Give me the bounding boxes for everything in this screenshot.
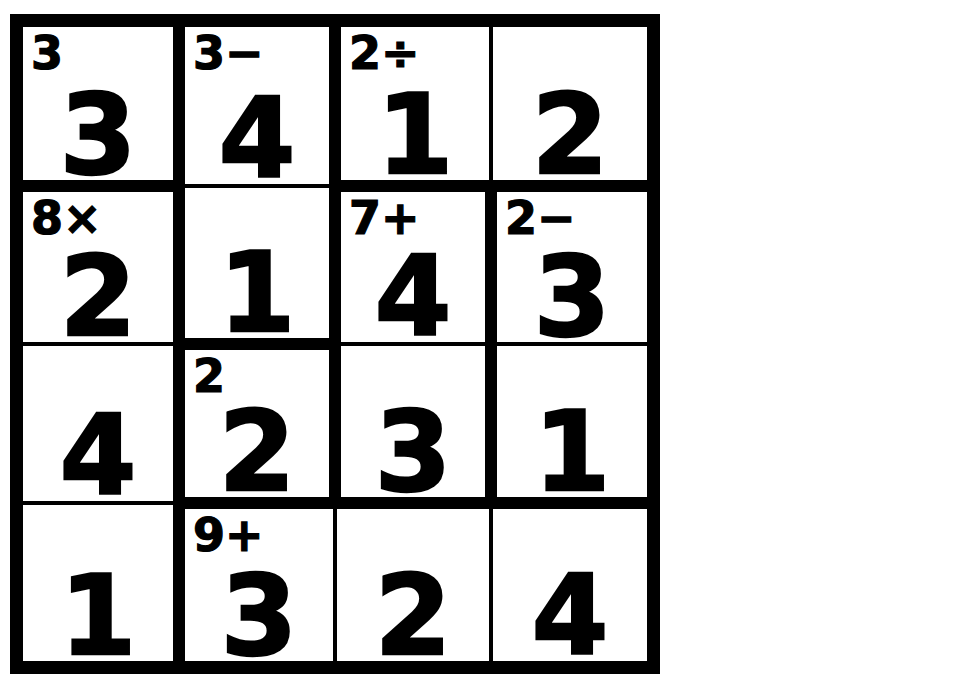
cell-value: 3 xyxy=(341,397,485,507)
cell-r3c3[interactable]: 3 xyxy=(335,344,491,503)
cage-clue: 3 xyxy=(31,30,63,76)
cell-value: 4 xyxy=(185,84,329,194)
cell-value: 2 xyxy=(185,397,329,507)
kenken-grid: 3 3 3− 4 2÷ 1 2 8× 2 1 xyxy=(23,27,647,661)
cell-value: 2 xyxy=(493,80,647,190)
kenken-page: 3 3 3− 4 2÷ 1 2 8× 2 1 xyxy=(0,0,960,686)
cage-clue: 3− xyxy=(193,30,264,76)
cell-r4c2[interactable]: 9+ 3 xyxy=(179,503,335,662)
cell-value: 4 xyxy=(493,561,647,671)
cell-r3c4[interactable]: 1 xyxy=(491,344,647,503)
cell-value: 3 xyxy=(185,561,333,671)
cell-r2c4[interactable]: 2− 3 xyxy=(491,186,647,345)
cell-r2c3[interactable]: 7+ 4 xyxy=(335,186,491,345)
cell-r3c2[interactable]: 2 2 xyxy=(179,344,335,503)
cell-value: 3 xyxy=(23,80,173,190)
cell-r2c2[interactable]: 1 xyxy=(179,186,335,345)
cell-value: 4 xyxy=(341,242,485,352)
cell-value: 2 xyxy=(337,561,489,671)
cage-clue: 2÷ xyxy=(349,30,420,76)
kenken-board: 3 3 3− 4 2÷ 1 2 8× 2 1 xyxy=(10,14,660,674)
cell-r1c1[interactable]: 3 3 xyxy=(23,27,179,186)
cell-value: 2 xyxy=(23,242,173,352)
cell-r1c2[interactable]: 3− 4 xyxy=(179,27,335,186)
cell-r3c1[interactable]: 4 xyxy=(23,344,179,503)
cell-r1c3[interactable]: 2÷ 1 xyxy=(335,27,491,186)
cell-value: 3 xyxy=(497,242,647,352)
cell-r4c4[interactable]: 4 xyxy=(491,503,647,662)
cell-value: 1 xyxy=(341,80,489,190)
cell-value: 1 xyxy=(23,561,173,671)
cell-value: 1 xyxy=(185,238,329,348)
cage-clue: 9+ xyxy=(193,512,264,558)
cell-r4c1[interactable]: 1 xyxy=(23,503,179,662)
cell-r4c3[interactable]: 2 xyxy=(335,503,491,662)
cell-value: 4 xyxy=(23,401,173,511)
cell-value: 1 xyxy=(497,397,647,507)
cell-r1c4[interactable]: 2 xyxy=(491,27,647,186)
cell-r2c1[interactable]: 8× 2 xyxy=(23,186,179,345)
